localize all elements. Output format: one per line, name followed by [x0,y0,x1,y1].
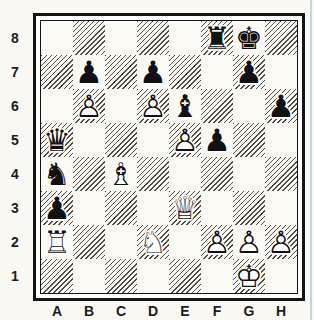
piece-black-pawn: ♟♟ [73,55,105,89]
rank-label-3: 3 [0,191,30,225]
square-b4[interactable] [73,157,105,191]
board-inner: ♜♜♚♚♟♟♟♟♟♟♟♙♟♙♝♝♟♟♛♛♟♙♟♟♞♞♝♗♟♟♛♕♜♖♞♘♟♙♟♙… [40,20,298,294]
square-h5[interactable] [265,123,297,157]
square-e6[interactable]: ♝♝ [169,89,201,123]
piece-black-knight: ♞♞ [41,157,73,191]
piece-glyph: ♙ [73,89,105,123]
square-a8[interactable] [41,21,73,55]
square-b2[interactable] [73,225,105,259]
rank-label-4: 4 [0,157,30,191]
square-f6[interactable] [201,89,233,123]
file-label-d: D [137,303,169,319]
square-b6[interactable]: ♟♙ [73,89,105,123]
file-labels: ABCDEFGH [41,303,297,319]
square-c8[interactable] [105,21,137,55]
file-label-e: E [169,303,201,319]
piece-white-pawn: ♟♙ [265,225,297,259]
square-h1[interactable] [265,259,297,293]
piece-white-bishop: ♝♗ [105,157,137,191]
square-h3[interactable] [265,191,297,225]
square-h2[interactable]: ♟♙ [265,225,297,259]
piece-glyph: ♗ [105,157,137,191]
piece-glyph: ♙ [265,225,297,259]
square-e3[interactable]: ♛♕ [169,191,201,225]
square-g7[interactable]: ♟♟ [233,55,265,89]
piece-glyph: ♝ [169,89,201,123]
square-e8[interactable] [169,21,201,55]
square-f1[interactable] [201,259,233,293]
square-g1[interactable]: ♚♔ [233,259,265,293]
rank-label-6: 6 [0,89,30,123]
square-a5[interactable]: ♛♛ [41,123,73,157]
piece-glyph: ♕ [169,191,201,225]
piece-black-queen: ♛♛ [41,123,73,157]
square-d6[interactable]: ♟♙ [137,89,169,123]
square-b5[interactable] [73,123,105,157]
piece-glyph: ♙ [137,89,169,123]
file-label-f: F [201,303,233,319]
piece-glyph: ♜ [201,21,233,55]
piece-black-pawn: ♟♟ [201,123,233,157]
square-f4[interactable] [201,157,233,191]
piece-glyph: ♞ [41,157,73,191]
square-f2[interactable]: ♟♙ [201,225,233,259]
piece-glyph: ♟ [73,55,105,89]
square-e5[interactable]: ♟♙ [169,123,201,157]
piece-white-pawn: ♟♙ [201,225,233,259]
piece-black-pawn: ♟♟ [233,55,265,89]
square-b8[interactable] [73,21,105,55]
piece-white-queen: ♛♕ [169,191,201,225]
chess-board: ♜♜♚♚♟♟♟♟♟♟♟♙♟♙♝♝♟♟♛♛♟♙♟♟♞♞♝♗♟♟♛♕♜♖♞♘♟♙♟♙… [41,21,297,293]
square-h8[interactable] [265,21,297,55]
square-c4[interactable]: ♝♗ [105,157,137,191]
square-a7[interactable] [41,55,73,89]
piece-white-king: ♚♔ [233,259,265,293]
square-g4[interactable] [233,157,265,191]
file-label-h: H [265,303,297,319]
piece-glyph: ♟ [41,191,73,225]
piece-white-pawn: ♟♙ [233,225,265,259]
square-a6[interactable] [41,89,73,123]
square-e1[interactable] [169,259,201,293]
piece-glyph: ♙ [233,225,265,259]
square-g8[interactable]: ♚♚ [233,21,265,55]
piece-glyph: ♔ [233,259,265,293]
square-c7[interactable] [105,55,137,89]
file-label-c: C [105,303,137,319]
piece-black-pawn: ♟♟ [265,89,297,123]
square-c2[interactable] [105,225,137,259]
square-d3[interactable] [137,191,169,225]
square-e2[interactable] [169,225,201,259]
square-e4[interactable] [169,157,201,191]
piece-white-knight: ♞♘ [137,225,169,259]
square-e7[interactable] [169,55,201,89]
square-f7[interactable] [201,55,233,89]
square-f8[interactable]: ♜♜ [201,21,233,55]
piece-white-pawn: ♟♙ [137,89,169,123]
square-a2[interactable]: ♜♖ [41,225,73,259]
square-d2[interactable]: ♞♘ [137,225,169,259]
square-c6[interactable] [105,89,137,123]
rank-label-5: 5 [0,123,30,157]
square-c3[interactable] [105,191,137,225]
square-h7[interactable] [265,55,297,89]
square-d4[interactable] [137,157,169,191]
square-h6[interactable]: ♟♟ [265,89,297,123]
rank-label-7: 7 [0,55,30,89]
square-g6[interactable] [233,89,265,123]
piece-glyph: ♟ [265,89,297,123]
square-c5[interactable] [105,123,137,157]
piece-glyph: ♖ [41,225,73,259]
piece-white-pawn: ♟♙ [169,123,201,157]
piece-glyph: ♚ [233,21,265,55]
file-label-b: B [73,303,105,319]
square-g2[interactable]: ♟♙ [233,225,265,259]
square-a1[interactable] [41,259,73,293]
rank-label-2: 2 [0,225,30,259]
piece-glyph: ♙ [201,225,233,259]
square-f5[interactable]: ♟♟ [201,123,233,157]
rank-label-1: 1 [0,259,30,293]
piece-white-rook: ♜♖ [41,225,73,259]
piece-glyph: ♛ [41,123,73,157]
square-h4[interactable] [265,157,297,191]
piece-black-king: ♚♚ [233,21,265,55]
file-label-g: G [233,303,265,319]
piece-black-pawn: ♟♟ [41,191,73,225]
piece-black-bishop: ♝♝ [169,89,201,123]
square-a4[interactable]: ♞♞ [41,157,73,191]
piece-black-rook: ♜♜ [201,21,233,55]
rank-labels: 87654321 [0,21,30,293]
square-b1[interactable] [73,259,105,293]
square-g3[interactable] [233,191,265,225]
piece-glyph: ♟ [233,55,265,89]
square-f3[interactable] [201,191,233,225]
square-d1[interactable] [137,259,169,293]
piece-black-pawn: ♟♟ [137,55,169,89]
piece-glyph: ♟ [201,123,233,157]
square-g5[interactable] [233,123,265,157]
rank-label-8: 8 [0,21,30,55]
piece-glyph: ♘ [137,225,169,259]
board-frame: ♜♜♚♚♟♟♟♟♟♟♟♙♟♙♝♝♟♟♛♛♟♙♟♟♞♞♝♗♟♟♛♕♜♖♞♘♟♙♟♙… [33,13,305,301]
square-b7[interactable]: ♟♟ [73,55,105,89]
square-a3[interactable]: ♟♟ [41,191,73,225]
file-label-a: A [41,303,73,319]
piece-glyph: ♟ [137,55,169,89]
piece-glyph: ♙ [169,123,201,157]
square-d8[interactable] [137,21,169,55]
square-c1[interactable] [105,259,137,293]
piece-white-pawn: ♟♙ [73,89,105,123]
square-d7[interactable]: ♟♟ [137,55,169,89]
square-b3[interactable] [73,191,105,225]
right-edge-line [310,0,312,320]
square-d5[interactable] [137,123,169,157]
